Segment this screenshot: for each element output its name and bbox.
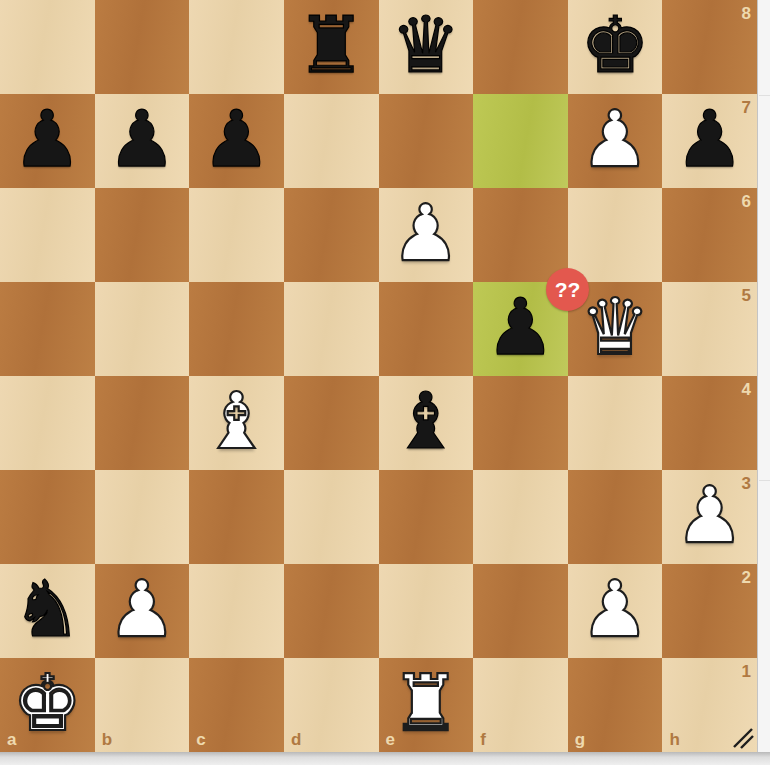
white-piece-B-c4[interactable]: ♝ xyxy=(202,382,272,460)
board-square-c2[interactable] xyxy=(189,564,284,658)
board-square-d4[interactable] xyxy=(284,376,379,470)
board-square-b3[interactable] xyxy=(95,470,190,564)
board-square-a4[interactable] xyxy=(0,376,95,470)
board-square-h5[interactable]: 5 xyxy=(662,282,757,376)
file-label-g: g xyxy=(575,731,585,748)
board-square-b4[interactable] xyxy=(95,376,190,470)
board-square-d2[interactable] xyxy=(284,564,379,658)
board-resize-handle[interactable] xyxy=(731,726,755,750)
board-square-g6[interactable] xyxy=(568,188,663,282)
rank-label-1: 1 xyxy=(742,663,751,680)
board-square-c4[interactable]: ♝ xyxy=(189,376,284,470)
gutter-divider-line xyxy=(759,480,770,481)
black-piece-K-g8[interactable]: ♚ xyxy=(580,6,650,84)
file-label-c: c xyxy=(196,731,205,748)
chess-board-container: ♜♛♚8♟♟♟♟♟7♟6♟♛5♝♝4♟3♞♟♟2♚abcd♜efg1h ?? xyxy=(0,0,757,752)
board-square-h6[interactable]: 6 xyxy=(662,188,757,282)
board-square-f2[interactable] xyxy=(473,564,568,658)
board-square-d3[interactable] xyxy=(284,470,379,564)
board-square-h2[interactable]: 2 xyxy=(662,564,757,658)
black-piece-B-e4[interactable]: ♝ xyxy=(391,382,461,460)
board-square-g7[interactable]: ♟ xyxy=(568,94,663,188)
board-square-f3[interactable] xyxy=(473,470,568,564)
board-square-c8[interactable] xyxy=(189,0,284,94)
board-square-a8[interactable] xyxy=(0,0,95,94)
board-square-a6[interactable] xyxy=(0,188,95,282)
black-piece-P-f5[interactable]: ♟ xyxy=(485,288,555,366)
board-square-g2[interactable]: ♟ xyxy=(568,564,663,658)
board-square-f4[interactable] xyxy=(473,376,568,470)
white-piece-K-a1[interactable]: ♚ xyxy=(12,664,82,742)
rank-label-7: 7 xyxy=(742,99,751,116)
white-piece-P-g2[interactable]: ♟ xyxy=(580,570,650,648)
white-piece-P-g7[interactable]: ♟ xyxy=(580,100,650,178)
board-square-b8[interactable] xyxy=(95,0,190,94)
white-piece-Q-g5[interactable]: ♛ xyxy=(580,288,650,366)
board-square-e1[interactable]: ♜e xyxy=(379,658,474,752)
board-square-d5[interactable] xyxy=(284,282,379,376)
black-piece-N-a2[interactable]: ♞ xyxy=(12,570,82,648)
board-square-g3[interactable] xyxy=(568,470,663,564)
rank-label-6: 6 xyxy=(742,193,751,210)
rank-label-8: 8 xyxy=(742,5,751,22)
blunder-badge-text: ?? xyxy=(555,279,581,300)
blunder-badge: ?? xyxy=(546,268,589,311)
file-label-h: h xyxy=(669,731,679,748)
board-square-d8[interactable]: ♜ xyxy=(284,0,379,94)
gutter-divider-line xyxy=(759,95,770,96)
board-square-h3[interactable]: ♟3 xyxy=(662,470,757,564)
board-square-c5[interactable] xyxy=(189,282,284,376)
board-square-a5[interactable] xyxy=(0,282,95,376)
white-piece-P-b2[interactable]: ♟ xyxy=(107,570,177,648)
white-piece-P-h3[interactable]: ♟ xyxy=(675,476,745,554)
black-piece-P-c7[interactable]: ♟ xyxy=(202,100,272,178)
board-square-b2[interactable]: ♟ xyxy=(95,564,190,658)
board-square-a2[interactable]: ♞ xyxy=(0,564,95,658)
board-square-b7[interactable]: ♟ xyxy=(95,94,190,188)
board-square-e8[interactable]: ♛ xyxy=(379,0,474,94)
board-square-f8[interactable] xyxy=(473,0,568,94)
black-piece-P-h7[interactable]: ♟ xyxy=(675,100,745,178)
board-square-e7[interactable] xyxy=(379,94,474,188)
black-piece-P-a7[interactable]: ♟ xyxy=(12,100,82,178)
board-square-a3[interactable] xyxy=(0,470,95,564)
board-square-h7[interactable]: ♟7 xyxy=(662,94,757,188)
black-piece-P-b7[interactable]: ♟ xyxy=(107,100,177,178)
page-bottom-strip xyxy=(0,752,770,765)
file-label-f: f xyxy=(480,731,486,748)
board-square-h4[interactable]: 4 xyxy=(662,376,757,470)
rank-label-5: 5 xyxy=(742,287,751,304)
chess-app-viewport: ♜♛♚8♟♟♟♟♟7♟6♟♛5♝♝4♟3♞♟♟2♚abcd♜efg1h ?? xyxy=(0,0,770,765)
board-square-e6[interactable]: ♟ xyxy=(379,188,474,282)
board-square-c6[interactable] xyxy=(189,188,284,282)
rank-label-4: 4 xyxy=(742,381,751,398)
board-square-g1[interactable]: g xyxy=(568,658,663,752)
right-edge-gutter xyxy=(757,0,770,752)
board-square-d6[interactable] xyxy=(284,188,379,282)
board-square-a1[interactable]: ♚a xyxy=(0,658,95,752)
board-square-d7[interactable] xyxy=(284,94,379,188)
board-square-g8[interactable]: ♚ xyxy=(568,0,663,94)
rank-label-3: 3 xyxy=(742,475,751,492)
file-label-a: a xyxy=(7,731,16,748)
white-piece-R-e1[interactable]: ♜ xyxy=(391,664,461,742)
board-square-b6[interactable] xyxy=(95,188,190,282)
black-piece-Q-e8[interactable]: ♛ xyxy=(391,6,461,84)
board-square-a7[interactable]: ♟ xyxy=(0,94,95,188)
white-piece-P-e6[interactable]: ♟ xyxy=(391,194,461,272)
resize-diagonal-lines-icon xyxy=(731,726,755,750)
board-square-e3[interactable] xyxy=(379,470,474,564)
chess-board[interactable]: ♜♛♚8♟♟♟♟♟7♟6♟♛5♝♝4♟3♞♟♟2♚abcd♜efg1h xyxy=(0,0,757,752)
board-square-c3[interactable] xyxy=(189,470,284,564)
file-label-b: b xyxy=(102,731,112,748)
board-square-b5[interactable] xyxy=(95,282,190,376)
board-square-b1[interactable]: b xyxy=(95,658,190,752)
file-label-d: d xyxy=(291,731,301,748)
black-piece-R-d8[interactable]: ♜ xyxy=(296,6,366,84)
board-square-g4[interactable] xyxy=(568,376,663,470)
board-square-f6[interactable] xyxy=(473,188,568,282)
board-square-d1[interactable]: d xyxy=(284,658,379,752)
board-square-c1[interactable]: c xyxy=(189,658,284,752)
board-square-c7[interactable]: ♟ xyxy=(189,94,284,188)
rank-label-2: 2 xyxy=(742,569,751,586)
board-square-f1[interactable]: f xyxy=(473,658,568,752)
board-square-e2[interactable] xyxy=(379,564,474,658)
file-label-e: e xyxy=(386,731,395,748)
board-square-e4[interactable]: ♝ xyxy=(379,376,474,470)
board-square-e5[interactable] xyxy=(379,282,474,376)
board-square-h8[interactable]: 8 xyxy=(662,0,757,94)
board-square-f7[interactable] xyxy=(473,94,568,188)
